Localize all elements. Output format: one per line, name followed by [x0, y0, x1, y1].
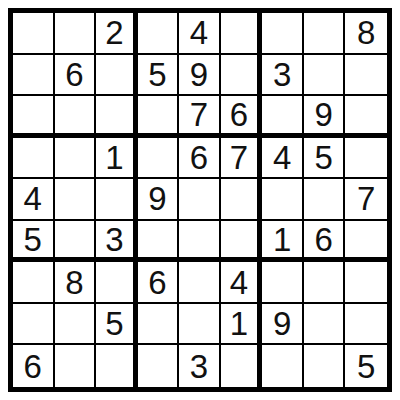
- cell-r6c8[interactable]: 6: [304, 221, 346, 263]
- cell-r7c3[interactable]: [96, 262, 138, 304]
- cell-r4c3[interactable]: 1: [96, 138, 138, 180]
- given-digit: 6: [314, 223, 332, 256]
- given-digit: 2: [105, 16, 123, 49]
- cell-r5c2[interactable]: [55, 179, 97, 221]
- cell-r8c1[interactable]: [13, 304, 55, 346]
- given-digit: 7: [190, 98, 208, 131]
- cell-r5c5[interactable]: [179, 179, 221, 221]
- sudoku-board: 2486593769167454975316864519635: [8, 8, 392, 392]
- given-digit: 5: [24, 223, 42, 256]
- cell-r6c9[interactable]: [345, 221, 387, 263]
- cell-r2c6[interactable]: [221, 55, 263, 97]
- cell-r7c5[interactable]: [179, 262, 221, 304]
- cell-r9c9[interactable]: 5: [345, 345, 387, 387]
- cell-r3c5[interactable]: 7: [179, 96, 221, 138]
- cell-r7c8[interactable]: [304, 262, 346, 304]
- cell-r1c6[interactable]: [221, 13, 263, 55]
- cell-r4c2[interactable]: [55, 138, 97, 180]
- given-digit: 6: [190, 141, 208, 174]
- cell-r2c4[interactable]: 5: [138, 55, 180, 97]
- given-digit: 7: [357, 182, 375, 215]
- cell-r1c7[interactable]: [262, 13, 304, 55]
- cell-r7c7[interactable]: [262, 262, 304, 304]
- cell-r8c7[interactable]: 9: [262, 304, 304, 346]
- cell-r2c3[interactable]: [96, 55, 138, 97]
- cell-r9c7[interactable]: [262, 345, 304, 387]
- cell-r5c7[interactable]: [262, 179, 304, 221]
- cell-r4c1[interactable]: [13, 138, 55, 180]
- cell-r3c1[interactable]: [13, 96, 55, 138]
- cell-r7c9[interactable]: [345, 262, 387, 304]
- cell-r3c4[interactable]: [138, 96, 180, 138]
- cell-r6c5[interactable]: [179, 221, 221, 263]
- cell-r6c6[interactable]: [221, 221, 263, 263]
- cell-r1c8[interactable]: [304, 13, 346, 55]
- cell-r1c3[interactable]: 2: [96, 13, 138, 55]
- cell-r2c5[interactable]: 9: [179, 55, 221, 97]
- cell-r4c6[interactable]: 7: [221, 138, 263, 180]
- given-digit: 3: [273, 58, 291, 91]
- cell-r9c3[interactable]: [96, 345, 138, 387]
- cell-r6c1[interactable]: 5: [13, 221, 55, 263]
- cell-r8c8[interactable]: [304, 304, 346, 346]
- cell-r5c3[interactable]: [96, 179, 138, 221]
- cell-r5c6[interactable]: [221, 179, 263, 221]
- cell-r6c7[interactable]: 1: [262, 221, 304, 263]
- given-digit: 9: [190, 58, 208, 91]
- cell-r2c7[interactable]: 3: [262, 55, 304, 97]
- given-digit: 6: [230, 98, 248, 131]
- cell-r8c3[interactable]: 5: [96, 304, 138, 346]
- cell-r6c2[interactable]: [55, 221, 97, 263]
- cell-r7c6[interactable]: 4: [221, 262, 263, 304]
- given-digit: 8: [65, 266, 83, 299]
- cell-r8c6[interactable]: 1: [221, 304, 263, 346]
- given-digit: 6: [65, 58, 83, 91]
- cell-r4c9[interactable]: [345, 138, 387, 180]
- given-digit: 1: [230, 307, 248, 340]
- given-digit: 6: [24, 350, 42, 383]
- cell-r3c8[interactable]: 9: [304, 96, 346, 138]
- cell-r5c4[interactable]: 9: [138, 179, 180, 221]
- given-digit: 1: [105, 141, 123, 174]
- cell-r1c1[interactable]: [13, 13, 55, 55]
- cell-r5c1[interactable]: 4: [13, 179, 55, 221]
- cell-r4c4[interactable]: [138, 138, 180, 180]
- given-digit: 5: [357, 350, 375, 383]
- cell-r7c1[interactable]: [13, 262, 55, 304]
- cell-r9c5[interactable]: 3: [179, 345, 221, 387]
- cell-r8c4[interactable]: [138, 304, 180, 346]
- cell-r2c2[interactable]: 6: [55, 55, 97, 97]
- cell-r9c2[interactable]: [55, 345, 97, 387]
- given-digit: 5: [105, 307, 123, 340]
- given-digit: 4: [190, 16, 208, 49]
- cell-r9c8[interactable]: [304, 345, 346, 387]
- cell-r3c9[interactable]: [345, 96, 387, 138]
- cell-r1c4[interactable]: [138, 13, 180, 55]
- given-digit: 7: [230, 141, 248, 174]
- cell-r4c5[interactable]: 6: [179, 138, 221, 180]
- given-digit: 4: [24, 182, 42, 215]
- given-digit: 1: [273, 223, 291, 256]
- cell-r1c2[interactable]: [55, 13, 97, 55]
- cell-r1c5[interactable]: 4: [179, 13, 221, 55]
- cell-r7c2[interactable]: 8: [55, 262, 97, 304]
- cell-r4c8[interactable]: 5: [304, 138, 346, 180]
- cell-r2c8[interactable]: [304, 55, 346, 97]
- cell-r4c7[interactable]: 4: [262, 138, 304, 180]
- given-digit: 5: [314, 141, 332, 174]
- given-digit: 4: [230, 266, 248, 299]
- cell-r7c4[interactable]: 6: [138, 262, 180, 304]
- cell-r2c1[interactable]: [13, 55, 55, 97]
- cell-r9c4[interactable]: [138, 345, 180, 387]
- given-digit: 9: [148, 182, 166, 215]
- given-digit: 8: [357, 16, 375, 49]
- given-digit: 3: [190, 350, 208, 383]
- given-digit: 3: [105, 223, 123, 256]
- cell-r3c3[interactable]: [96, 96, 138, 138]
- cell-r3c6[interactable]: 6: [221, 96, 263, 138]
- given-digit: 5: [148, 58, 166, 91]
- given-digit: 9: [273, 307, 291, 340]
- given-digit: 4: [273, 141, 291, 174]
- cell-r3c7[interactable]: [262, 96, 304, 138]
- cell-r8c9[interactable]: [345, 304, 387, 346]
- cell-r5c9[interactable]: 7: [345, 179, 387, 221]
- cell-r8c5[interactable]: [179, 304, 221, 346]
- cell-r6c4[interactable]: [138, 221, 180, 263]
- given-digit: 9: [314, 98, 332, 131]
- given-digit: 6: [148, 266, 166, 299]
- cell-r3c2[interactable]: [55, 96, 97, 138]
- cell-r9c1[interactable]: 6: [13, 345, 55, 387]
- cell-r1c9[interactable]: 8: [345, 13, 387, 55]
- cell-r2c9[interactable]: [345, 55, 387, 97]
- cell-r8c2[interactable]: [55, 304, 97, 346]
- cell-r5c8[interactable]: [304, 179, 346, 221]
- cell-r9c6[interactable]: [221, 345, 263, 387]
- cell-r6c3[interactable]: 3: [96, 221, 138, 263]
